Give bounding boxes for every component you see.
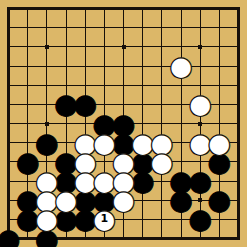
white-stone[interactable]: ● [171,56,191,76]
white-stone[interactable]: ● [190,94,210,114]
white-stone[interactable]: ● [209,133,229,153]
stone-glyph: ● [188,94,212,114]
move-number-label: 1 [94,213,114,224]
star-point [45,122,49,126]
white-stone[interactable]: ● [56,190,76,210]
stone-glyph: ● [0,229,20,247]
go-diagram: ●●●●●●●●●●●●●●●●●●●●●●●●●●●●●●●●●●●●●●●●… [0,0,247,247]
black-stone[interactable]: ● [209,190,229,210]
star-point [122,45,126,49]
white-stone[interactable]: ● [37,209,57,229]
stone-glyph: ● [35,209,59,229]
grid-line [161,7,162,240]
grid-line [237,7,240,240]
grid-line [142,7,143,240]
go-board[interactable]: ●●●●●●●●●●●●●●●●●●●●●●●●●●●●●●●●●●●●●●●●… [0,0,247,247]
star-point [45,45,49,49]
white-stone[interactable]: ● [114,190,134,210]
star-point [198,198,202,202]
black-stone[interactable]: ● [0,229,19,247]
white-stone[interactable]: ● [152,152,172,172]
star-point [198,45,202,49]
marked-white-stone[interactable]: ●1 [94,209,114,229]
stone-glyph: ● [188,209,212,229]
black-stone[interactable]: ● [190,209,210,229]
stone-glyph: ● [169,56,193,76]
stone-glyph: ● [150,152,174,172]
stone-glyph: ● [208,133,232,153]
star-point [198,122,202,126]
